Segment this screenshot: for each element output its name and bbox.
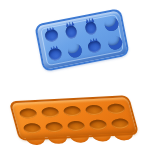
cavity-oval [22,123,42,134]
orange-oval-ice-tray [9,95,139,141]
cavity-crescent [101,14,120,33]
cavity-oval [40,106,60,117]
cavity-crescent [105,33,124,52]
cavity-oval [88,119,108,130]
blue-tray-cavities [34,8,130,72]
cavity-pineapple [85,21,98,36]
cavity-strawberry [44,29,59,43]
cavity-strawberry [48,47,63,61]
cavity-oval [62,105,82,116]
cavity-crescent [65,41,84,60]
cavity-oval [18,107,38,118]
product-photo [0,0,150,150]
cavity-oval [66,120,86,131]
cavity-strawberry [87,40,102,54]
cavity-oval [106,103,126,114]
blue-fruit-ice-tray [34,8,130,72]
cavity-oval [84,104,104,115]
cavity-oval [110,118,130,129]
cavity-oval [44,121,64,132]
cavity-pineapple [65,24,78,39]
orange-tray-cavities [9,95,139,141]
